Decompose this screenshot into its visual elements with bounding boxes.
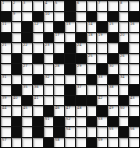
letter-cell[interactable]: 28 [54, 64, 64, 74]
blocked-cell [33, 54, 43, 64]
blocked-cell [129, 85, 139, 95]
letter-cell[interactable]: 5 [54, 1, 64, 11]
letter-cell[interactable]: 11 [1, 22, 11, 32]
letter-cell[interactable]: 24 [76, 43, 86, 53]
blocked-cell [33, 75, 43, 85]
blocked-cell [76, 54, 86, 64]
clue-number: 17 [55, 33, 60, 37]
clue-number: 29 [77, 64, 82, 68]
clue-number: 51 [45, 117, 50, 121]
letter-cell[interactable] [119, 64, 129, 74]
clue-number: 52 [66, 117, 71, 121]
letter-cell[interactable]: 53 [97, 117, 107, 127]
letter-cell[interactable] [12, 22, 22, 32]
clue-number: 11 [2, 22, 7, 26]
clue-number: 41 [34, 96, 39, 100]
letter-cell[interactable]: 14 [87, 22, 97, 32]
clue-number: 13 [66, 22, 71, 26]
letter-cell[interactable]: 29 [76, 64, 86, 74]
letter-cell[interactable] [76, 12, 86, 22]
letter-cell[interactable] [76, 75, 86, 85]
clue-number: 59 [98, 138, 103, 142]
clue-number: 9 [13, 12, 15, 16]
blocked-cell [12, 54, 22, 64]
blocked-cell [108, 54, 118, 64]
blocked-cell [87, 117, 97, 127]
clue-number: 55 [109, 127, 114, 131]
letter-cell[interactable]: 21 [1, 43, 11, 53]
letter-cell[interactable] [97, 43, 107, 53]
letter-cell[interactable]: 23 [44, 43, 54, 53]
letter-cell[interactable]: 57 [1, 138, 11, 148]
letter-cell[interactable] [87, 106, 97, 116]
letter-cell[interactable]: 49 [108, 106, 118, 116]
letter-cell[interactable] [65, 138, 75, 148]
clue-number: 35 [23, 85, 28, 89]
letter-cell[interactable] [129, 64, 139, 74]
clue-number: 27 [23, 64, 28, 68]
letter-cell[interactable]: 25 [87, 54, 97, 64]
letter-cell[interactable]: 6 [76, 1, 86, 11]
clue-number: 31 [2, 75, 7, 79]
letter-cell[interactable] [1, 54, 11, 64]
clue-number: 23 [45, 43, 50, 47]
clue-number: 57 [2, 138, 7, 142]
letter-cell[interactable] [87, 85, 97, 95]
blocked-cell [76, 33, 86, 43]
letter-cell[interactable]: 37 [76, 85, 86, 95]
letter-cell[interactable] [54, 85, 64, 95]
letter-cell[interactable] [44, 127, 54, 137]
clue-number: 7 [98, 1, 100, 5]
letter-cell[interactable] [54, 75, 64, 85]
letter-cell[interactable] [108, 1, 118, 11]
blocked-cell [65, 43, 75, 53]
letter-cell[interactable]: 20 [119, 33, 129, 43]
letter-cell[interactable]: 9 [12, 12, 22, 22]
letter-cell[interactable]: 50 [119, 106, 129, 116]
letter-cell[interactable]: 33 [97, 75, 107, 85]
crossword-board: 1234567891011121314151617181920212223242… [0, 0, 140, 148]
blocked-cell [97, 106, 107, 116]
letter-cell[interactable] [44, 85, 54, 95]
letter-cell[interactable]: 26 [119, 54, 129, 64]
letter-cell[interactable]: 58 [54, 138, 64, 148]
clue-number: 8 [120, 1, 122, 5]
letter-cell[interactable] [119, 22, 129, 32]
letter-cell[interactable] [22, 75, 32, 85]
letter-cell[interactable] [54, 43, 64, 53]
blocked-cell [12, 127, 22, 137]
letter-cell[interactable] [1, 64, 11, 74]
letter-cell[interactable] [22, 12, 32, 22]
clue-number: 50 [120, 106, 125, 110]
letter-cell[interactable] [22, 127, 32, 137]
clue-number: 47 [66, 106, 71, 110]
blocked-cell [1, 33, 11, 43]
clue-number: 15 [109, 22, 114, 26]
clue-number: 10 [45, 12, 50, 16]
blocked-cell [44, 106, 54, 116]
blocked-cell [65, 54, 75, 64]
letter-cell[interactable] [97, 85, 107, 95]
clue-number: 53 [98, 117, 103, 121]
letter-cell[interactable] [33, 33, 43, 43]
letter-cell[interactable]: 56 [129, 127, 139, 137]
clue-number: 24 [77, 43, 82, 47]
clue-number: 28 [55, 64, 60, 68]
blocked-cell [44, 138, 54, 148]
letter-cell[interactable] [22, 138, 32, 148]
letter-cell[interactable] [33, 1, 43, 11]
letter-cell[interactable] [129, 43, 139, 53]
clue-number: 32 [45, 75, 50, 79]
letter-cell[interactable] [12, 106, 22, 116]
clue-number: 44 [2, 106, 7, 110]
clue-number: 40 [13, 96, 18, 100]
letter-cell[interactable]: 41 [33, 96, 43, 106]
letter-cell[interactable] [97, 127, 107, 137]
letter-cell[interactable] [87, 43, 97, 53]
clue-number: 1 [2, 1, 4, 5]
blocked-cell [22, 33, 32, 43]
letter-cell[interactable]: 30 [108, 64, 118, 74]
letter-cell[interactable]: 3 [22, 1, 32, 11]
letter-cell[interactable] [108, 43, 118, 53]
letter-cell[interactable]: 38 [108, 85, 118, 95]
letter-cell[interactable] [97, 12, 107, 22]
letter-cell[interactable] [129, 75, 139, 85]
letter-cell[interactable]: 17 [54, 33, 64, 43]
letter-cell[interactable] [12, 75, 22, 85]
blocked-cell [33, 127, 43, 137]
blocked-cell [87, 12, 97, 22]
letter-cell[interactable]: 15 [108, 22, 118, 32]
letter-cell[interactable]: 51 [44, 117, 54, 127]
clue-number: 21 [2, 43, 7, 47]
clue-number: 26 [120, 54, 125, 58]
letter-cell[interactable] [44, 22, 54, 32]
clue-number: 43 [130, 96, 135, 100]
clue-number: 46 [55, 106, 60, 110]
clue-number: 54 [66, 127, 71, 131]
blocked-cell [12, 85, 22, 95]
letter-cell[interactable] [54, 12, 64, 22]
clue-number: 39 [2, 96, 7, 100]
letter-cell[interactable] [87, 64, 97, 74]
letter-cell[interactable] [76, 138, 86, 148]
clue-number: 36 [34, 85, 39, 89]
blocked-cell [108, 33, 118, 43]
letter-cell[interactable] [12, 43, 22, 53]
blocked-cell [54, 117, 64, 127]
blocked-cell [44, 33, 54, 43]
clue-number: 30 [109, 64, 114, 68]
blocked-cell [65, 12, 75, 22]
blocked-cell [87, 138, 97, 148]
letter-cell[interactable]: 55 [108, 127, 118, 137]
letter-cell[interactable] [12, 33, 22, 43]
letter-cell[interactable]: 45 [22, 106, 32, 116]
clue-number: 19 [98, 33, 103, 37]
blocked-cell [65, 1, 75, 11]
clue-number: 14 [88, 22, 93, 26]
letter-cell[interactable] [87, 1, 97, 11]
clue-number: 3 [23, 1, 25, 5]
clue-number: 5 [55, 1, 57, 5]
clue-number: 58 [55, 138, 60, 142]
blocked-cell [129, 12, 139, 22]
letter-cell[interactable] [76, 117, 86, 127]
letter-cell[interactable]: 1 [1, 1, 11, 11]
blocked-cell [87, 96, 97, 106]
clue-number: 16 [130, 22, 135, 26]
blocked-cell [65, 85, 75, 95]
letter-cell[interactable] [119, 138, 129, 148]
letter-cell[interactable]: 8 [119, 1, 129, 11]
letter-cell[interactable]: 18 [87, 33, 97, 43]
letter-cell[interactable]: 39 [1, 96, 11, 106]
blocked-cell [12, 64, 22, 74]
clue-number: 42 [98, 96, 103, 100]
letter-cell[interactable]: 43 [129, 96, 139, 106]
letter-cell[interactable]: 13 [65, 22, 75, 32]
letter-cell[interactable] [12, 138, 22, 148]
letter-cell[interactable] [129, 138, 139, 148]
letter-cell[interactable] [129, 54, 139, 64]
clue-number: 18 [88, 33, 93, 37]
letter-cell[interactable] [44, 54, 54, 64]
letter-cell[interactable]: 22 [22, 43, 32, 53]
letter-cell[interactable]: 40 [12, 96, 22, 106]
clue-number: 34 [120, 75, 125, 79]
letter-cell[interactable] [33, 138, 43, 148]
clue-number: 49 [109, 106, 114, 110]
letter-cell[interactable] [33, 106, 43, 116]
letter-cell[interactable] [76, 22, 86, 32]
blocked-cell [54, 127, 64, 137]
letter-cell[interactable] [87, 127, 97, 137]
letter-cell[interactable] [119, 117, 129, 127]
blocked-cell [1, 12, 11, 22]
blocked-cell [12, 117, 22, 127]
blocked-cell [119, 43, 129, 53]
letter-cell[interactable] [65, 75, 75, 85]
clue-number: 48 [77, 106, 82, 110]
letter-cell[interactable]: 7 [97, 1, 107, 11]
clue-number: 20 [120, 33, 125, 37]
letter-cell[interactable]: 59 [97, 138, 107, 148]
letter-cell[interactable] [1, 117, 11, 127]
letter-cell[interactable]: 44 [1, 106, 11, 116]
letter-cell[interactable]: 34 [119, 75, 129, 85]
letter-cell[interactable] [129, 33, 139, 43]
blocked-cell [22, 22, 32, 32]
clue-number: 56 [130, 127, 135, 131]
letter-cell[interactable]: 4 [44, 1, 54, 11]
clue-number: 6 [77, 1, 79, 5]
clue-number: 25 [88, 54, 93, 58]
letter-cell[interactable] [65, 33, 75, 43]
clue-number: 2 [13, 1, 15, 5]
blocked-cell [129, 117, 139, 127]
letter-cell[interactable]: 10 [44, 12, 54, 22]
letter-cell[interactable]: 48 [76, 106, 86, 116]
blocked-cell [33, 12, 43, 22]
letter-cell[interactable] [1, 127, 11, 137]
letter-cell[interactable]: 35 [22, 85, 32, 95]
blocked-cell [108, 75, 118, 85]
letter-cell[interactable] [119, 12, 129, 22]
letter-cell[interactable] [22, 54, 32, 64]
letter-cell[interactable] [22, 117, 32, 127]
blocked-cell [87, 75, 97, 85]
blocked-cell [33, 117, 43, 127]
letter-cell[interactable]: 47 [65, 106, 75, 116]
letter-cell[interactable]: 42 [97, 96, 107, 106]
letter-cell[interactable]: 46 [54, 106, 64, 116]
letter-cell[interactable] [1, 85, 11, 95]
blocked-cell [119, 127, 129, 137]
letter-cell[interactable] [44, 96, 54, 106]
blocked-cell [97, 22, 107, 32]
letter-cell[interactable]: 27 [22, 64, 32, 74]
blocked-cell [76, 96, 86, 106]
clue-number: 12 [34, 22, 39, 26]
letter-cell[interactable] [54, 96, 64, 106]
letter-cell[interactable] [108, 96, 118, 106]
letter-cell[interactable]: 12 [33, 22, 43, 32]
letter-cell[interactable] [97, 54, 107, 64]
letter-cell[interactable] [76, 127, 86, 137]
blocked-cell [54, 22, 64, 32]
blocked-cell [119, 96, 129, 106]
letter-cell[interactable]: 2 [12, 1, 22, 11]
letter-cell[interactable] [129, 106, 139, 116]
blocked-cell [65, 64, 75, 74]
clue-number: 22 [23, 43, 28, 47]
blocked-cell [65, 96, 75, 106]
blocked-cell [22, 96, 32, 106]
letter-cell[interactable] [33, 64, 43, 74]
letter-cell[interactable]: 54 [65, 127, 75, 137]
blocked-cell [108, 117, 118, 127]
clue-number: 38 [109, 85, 114, 89]
letter-cell[interactable]: 52 [65, 117, 75, 127]
blocked-cell [108, 12, 118, 22]
letter-cell[interactable]: 16 [129, 22, 139, 32]
clue-number: 4 [45, 1, 47, 5]
letter-cell[interactable]: 32 [44, 75, 54, 85]
letter-cell[interactable]: 19 [97, 33, 107, 43]
letter-cell[interactable]: 31 [1, 75, 11, 85]
letter-cell[interactable] [44, 64, 54, 74]
clue-number: 33 [98, 75, 103, 79]
clue-number: 45 [23, 106, 28, 110]
letter-cell[interactable]: 36 [33, 85, 43, 95]
blocked-cell [54, 54, 64, 64]
letter-cell[interactable] [119, 85, 129, 95]
letter-cell[interactable] [129, 1, 139, 11]
letter-cell[interactable] [33, 43, 43, 53]
blocked-cell [97, 64, 107, 74]
letter-cell[interactable] [108, 138, 118, 148]
clue-number: 37 [77, 85, 82, 89]
